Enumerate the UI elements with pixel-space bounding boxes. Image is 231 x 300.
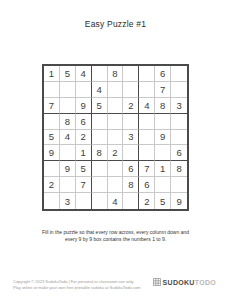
sudoku-cell-empty <box>123 66 139 82</box>
sudoku-cell-given: 9 <box>76 98 92 114</box>
sudoku-grid: 1548647795248386542399182695671827863425… <box>42 64 189 211</box>
sudoku-cell-empty <box>139 66 155 82</box>
copyright-line-1: Copyright © 2023 SudokuTodo | For person… <box>13 279 134 284</box>
sudoku-cell-given: 7 <box>139 161 155 177</box>
sudoku-cell-given: 2 <box>76 130 92 146</box>
sudoku-cell-given: 1 <box>76 145 92 161</box>
sudoku-cell-empty <box>60 98 76 114</box>
sudoku-cell-empty <box>44 82 60 98</box>
instructions-line-1: Fill in the puzzle so that every row acr… <box>42 229 189 235</box>
printable-sudoku-page: Easy Puzzle #1 1548647795248386542399182… <box>0 0 231 300</box>
sudoku-cell-empty <box>92 130 108 146</box>
sudoku-cell-given: 8 <box>60 114 76 130</box>
sudoku-cell-given: 6 <box>171 145 187 161</box>
sudoku-cell-given: 5 <box>44 130 60 146</box>
sudoku-cell-given: 8 <box>92 145 108 161</box>
sudoku-cell-given: 9 <box>171 193 187 209</box>
page-title: Easy Puzzle #1 <box>0 19 231 29</box>
sudoku-cell-given: 4 <box>139 98 155 114</box>
sudoku-cell-empty <box>155 145 171 161</box>
sudoku-cell-given: 3 <box>60 193 76 209</box>
sudoku-cell-given: 9 <box>44 145 60 161</box>
sudoku-cell-empty <box>108 130 124 146</box>
sudoku-cell-given: 3 <box>123 130 139 146</box>
sudokutodo-logo: SUDOKUTODO <box>153 278 216 286</box>
sudoku-cell-given: 4 <box>76 66 92 82</box>
sudoku-cell-empty <box>92 177 108 193</box>
sudoku-cell-given: 8 <box>108 66 124 82</box>
sudoku-cell-given: 7 <box>76 177 92 193</box>
sudoku-cell-empty <box>171 82 187 98</box>
sudoku-cell-empty <box>60 82 76 98</box>
sudoku-cell-empty <box>60 145 76 161</box>
sudoku-cell-empty <box>123 114 139 130</box>
instructions-line-2: every 9 by 9 box contains the numbers 1 … <box>65 236 166 242</box>
sudoku-cell-empty <box>92 114 108 130</box>
sudoku-cell-empty <box>108 114 124 130</box>
sudoku-cell-given: 4 <box>92 82 108 98</box>
sudoku-cell-empty <box>108 98 124 114</box>
sudoku-cell-empty <box>76 193 92 209</box>
sudoku-cell-given: 6 <box>76 114 92 130</box>
sudoku-cell-empty <box>108 161 124 177</box>
sudoku-cell-empty <box>139 114 155 130</box>
sudoku-cell-empty <box>92 193 108 209</box>
sudoku-cell-given: 9 <box>155 130 171 146</box>
sudoku-cell-empty <box>76 82 92 98</box>
sudoku-cell-given: 6 <box>123 161 139 177</box>
sudoku-cell-given: 4 <box>60 130 76 146</box>
sudoku-cell-empty <box>123 193 139 209</box>
sudoku-cell-empty <box>171 114 187 130</box>
sudoku-cell-given: 8 <box>155 98 171 114</box>
sudoku-cell-empty <box>155 114 171 130</box>
sudoku-cell-empty <box>108 177 124 193</box>
copyright-line-2: Play online or make your own free printa… <box>13 285 140 290</box>
sudoku-cell-given: 2 <box>123 98 139 114</box>
sudoku-cell-empty <box>60 177 76 193</box>
sudoku-cell-given: 1 <box>44 66 60 82</box>
sudoku-cell-empty <box>44 193 60 209</box>
sudoku-cell-given: 2 <box>44 177 60 193</box>
instructions: Fill in the puzzle so that every row acr… <box>35 229 196 243</box>
sudoku-cell-empty <box>139 145 155 161</box>
sudoku-cell-given: 2 <box>139 193 155 209</box>
sudoku-cell-given: 7 <box>44 98 60 114</box>
sudoku-cell-empty <box>123 82 139 98</box>
sudoku-cell-given: 9 <box>60 161 76 177</box>
copyright-text: Copyright © 2023 SudokuTodo | For person… <box>13 279 140 290</box>
sudoku-cell-given: 5 <box>92 98 108 114</box>
sudoku-cell-given: 5 <box>60 66 76 82</box>
sudoku-cell-empty <box>108 82 124 98</box>
sudoku-cell-given: 7 <box>155 82 171 98</box>
logo-text-sudoku: SUDOKU <box>163 279 195 286</box>
sudoku-cell-given: 5 <box>155 193 171 209</box>
sudoku-cell-empty <box>155 177 171 193</box>
sudoku-cell-empty <box>92 161 108 177</box>
sudoku-cell-given: 5 <box>76 161 92 177</box>
sudoku-cell-empty <box>139 130 155 146</box>
sudoku-cell-empty <box>92 66 108 82</box>
sudoku-cell-empty <box>171 66 187 82</box>
sudoku-cell-given: 4 <box>108 193 124 209</box>
logo-text-todo: TODO <box>195 279 216 286</box>
sudoku-cell-given: 3 <box>171 98 187 114</box>
sudoku-cell-empty <box>171 130 187 146</box>
sudoku-cell-empty <box>171 177 187 193</box>
sudoku-cell-given: 2 <box>108 145 124 161</box>
sudoku-cell-given: 6 <box>155 66 171 82</box>
sudoku-cell-empty <box>44 114 60 130</box>
sudoku-cell-empty <box>44 161 60 177</box>
sudoku-cell-empty <box>139 82 155 98</box>
sudoku-cell-given: 1 <box>155 161 171 177</box>
sudoku-cell-empty <box>123 145 139 161</box>
grid-icon <box>153 278 161 286</box>
sudoku-cell-given: 8 <box>171 161 187 177</box>
sudoku-cell-given: 6 <box>139 177 155 193</box>
sudoku-cell-given: 8 <box>123 177 139 193</box>
